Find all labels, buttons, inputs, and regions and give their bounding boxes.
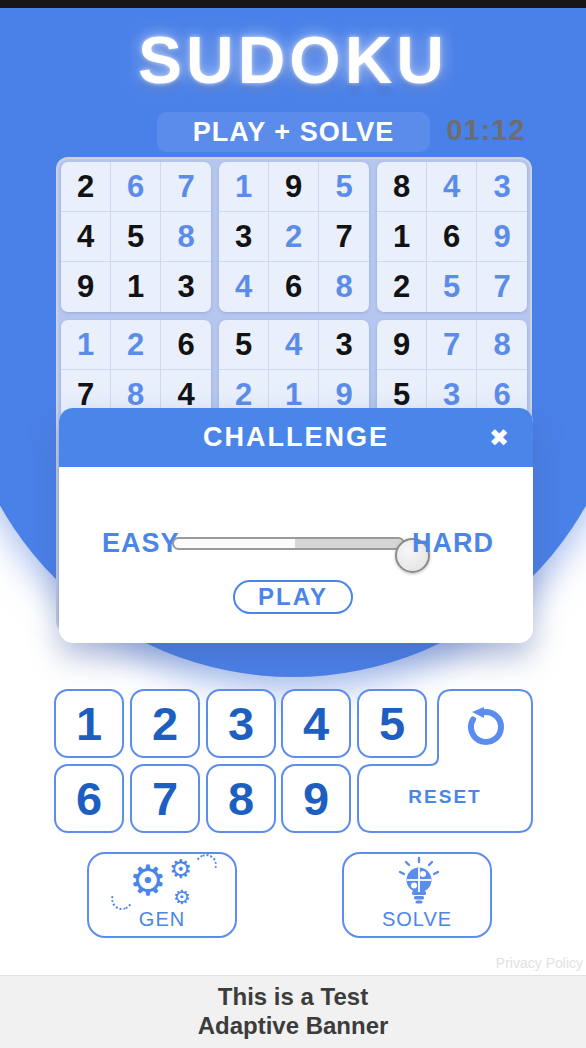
ad-banner-line2: Adaptive Banner: [0, 1011, 586, 1040]
key-7[interactable]: 7: [130, 764, 200, 833]
board-cell[interactable]: 3: [161, 262, 211, 312]
key-8[interactable]: 8: [206, 764, 276, 833]
board-cell[interactable]: 7: [319, 212, 369, 262]
difficulty-slider-track[interactable]: [172, 537, 405, 550]
board-cell[interactable]: 1: [377, 212, 427, 262]
board-cell[interactable]: 5: [111, 212, 161, 262]
close-icon[interactable]: ✖: [483, 422, 515, 454]
key-3[interactable]: 3: [206, 689, 276, 758]
solve-label: SOLVE: [344, 908, 490, 931]
board-cell[interactable]: 9: [377, 320, 427, 370]
sudoku-app: SUDOKU PLAY + SOLVE 01:12 26745891319532…: [0, 0, 586, 1048]
dialog-header: CHALLENGE ✖: [59, 408, 533, 467]
reset-button-outline: [357, 689, 533, 833]
board-cell[interactable]: 9: [61, 262, 111, 312]
difficulty-slider-row: EASY HARD: [59, 526, 533, 562]
board-cell[interactable]: 7: [161, 162, 211, 212]
board-cell[interactable]: 9: [477, 212, 527, 262]
key-2[interactable]: 2: [130, 689, 200, 758]
solve-button[interactable]: SOLVE: [342, 852, 492, 938]
hard-label: HARD: [412, 528, 494, 559]
gear-icon: ⚙: [173, 887, 191, 907]
board-cell[interactable]: 5: [427, 262, 477, 312]
board-cell[interactable]: 2: [111, 320, 161, 370]
board-cell[interactable]: 7: [427, 320, 477, 370]
key-4[interactable]: 4: [281, 689, 351, 758]
generate-label: GEN: [89, 908, 235, 931]
board-block: 267458913: [61, 162, 211, 312]
board-cell[interactable]: 2: [61, 162, 111, 212]
board-cell[interactable]: 3: [319, 320, 369, 370]
reset-button[interactable]: RESET: [357, 689, 533, 833]
board-cell[interactable]: 6: [427, 212, 477, 262]
board-cell[interactable]: 8: [477, 320, 527, 370]
app-subtitle: PLAY + SOLVE: [157, 112, 430, 152]
gear-icon: ⚙: [129, 860, 167, 902]
board-cell[interactable]: 4: [219, 262, 269, 312]
board-cell[interactable]: 2: [269, 212, 319, 262]
board-cell[interactable]: 6: [161, 320, 211, 370]
key-9[interactable]: 9: [281, 764, 351, 833]
app-title: SUDOKU: [0, 22, 586, 98]
board-cell[interactable]: 6: [269, 262, 319, 312]
play-button[interactable]: PLAY: [233, 580, 353, 614]
board-cell[interactable]: 4: [269, 320, 319, 370]
challenge-dialog: CHALLENGE ✖ EASY HARD PLAY: [59, 408, 533, 643]
timer: 01:12: [438, 114, 534, 150]
key-6[interactable]: 6: [54, 764, 124, 833]
generate-button[interactable]: ⚙ ⚙ ⚙ GEN: [87, 852, 237, 938]
board-cell[interactable]: 8: [377, 162, 427, 212]
board-block: 195327468: [219, 162, 369, 312]
board-cell[interactable]: 5: [319, 162, 369, 212]
board-cell[interactable]: 8: [161, 212, 211, 262]
gear-icon: ⚙: [169, 856, 192, 882]
lightbulb-puzzle-icon: [395, 856, 443, 908]
board-cell[interactable]: 3: [477, 162, 527, 212]
privacy-policy-link[interactable]: Privacy Policy: [496, 955, 583, 971]
status-bar: [0, 0, 586, 8]
board-block: 843169257: [377, 162, 527, 312]
ad-banner[interactable]: This is a Test Adaptive Banner: [0, 975, 586, 1048]
ad-banner-line1: This is a Test: [0, 982, 586, 1011]
board-cell[interactable]: 2: [377, 262, 427, 312]
number-pad: 1 2 3 4 5 6 7 8 9 RESET: [54, 689, 533, 833]
board-cell[interactable]: 5: [219, 320, 269, 370]
board-cell[interactable]: 1: [219, 162, 269, 212]
easy-label: EASY: [102, 528, 180, 559]
motion-lines-icon: [192, 851, 220, 879]
board-cell[interactable]: 4: [427, 162, 477, 212]
board-cell[interactable]: 6: [111, 162, 161, 212]
board-cell[interactable]: 4: [61, 212, 111, 262]
board-cell[interactable]: 1: [61, 320, 111, 370]
dialog-title: CHALLENGE: [203, 422, 389, 453]
reset-label: RESET: [357, 786, 533, 808]
board-cell[interactable]: 7: [477, 262, 527, 312]
board-cell[interactable]: 8: [319, 262, 369, 312]
key-1[interactable]: 1: [54, 689, 124, 758]
board-cell[interactable]: 3: [219, 212, 269, 262]
board-cell[interactable]: 1: [111, 262, 161, 312]
board-cell[interactable]: 9: [269, 162, 319, 212]
reset-icon: [466, 707, 506, 747]
